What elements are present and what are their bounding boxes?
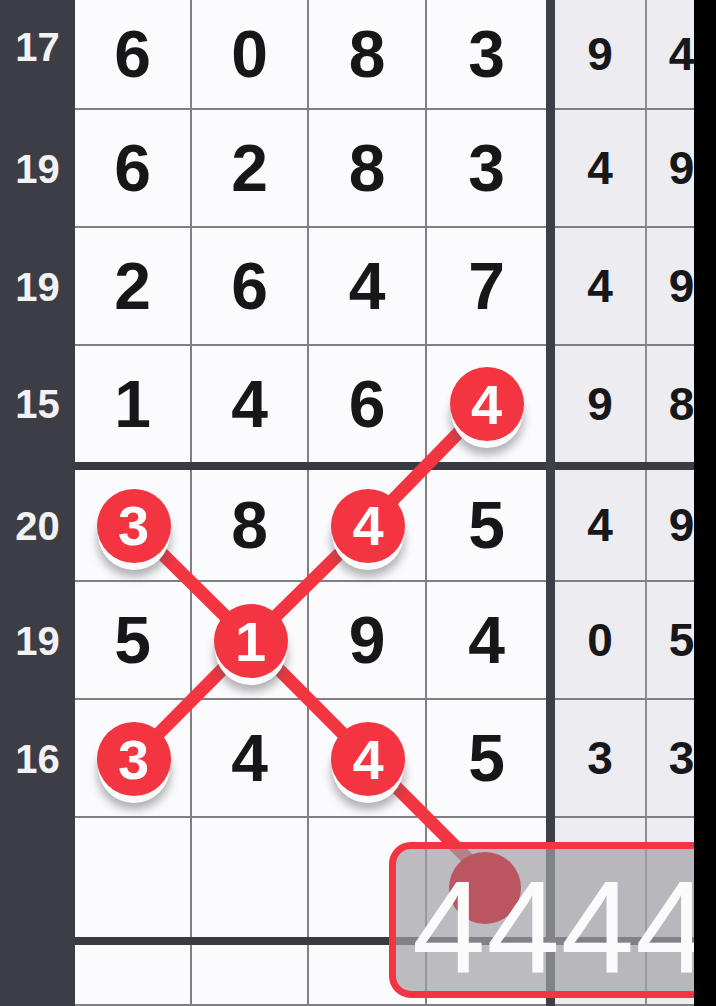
circled-number-r4c4[interactable]: 4 — [450, 367, 524, 441]
group-divider-horizontal-top — [75, 462, 716, 470]
row-label-4: 15 — [0, 382, 75, 427]
cell-r3c1: 2 — [75, 228, 192, 346]
cell-r1c1: 6 — [75, 0, 192, 110]
cell-r4c2: 4 — [192, 346, 309, 462]
row-label-6: 19 — [0, 619, 75, 664]
cell-r1c2: 0 — [192, 0, 309, 110]
cell-r4c3: 6 — [309, 346, 427, 462]
circled-number-r5c1[interactable]: 3 — [97, 489, 171, 563]
cell-r2c4: 3 — [427, 110, 546, 228]
prediction-overlay: 4444 — [389, 842, 716, 998]
cell-r5c5: 4 — [555, 469, 647, 582]
cell-r2c5: 4 — [555, 110, 647, 228]
cell-r4c5: 9 — [555, 346, 647, 462]
cell-r8c2 — [192, 818, 309, 937]
cell-r6c5: 0 — [555, 582, 647, 700]
row-label-5: 20 — [0, 503, 75, 548]
row-label-2: 19 — [0, 147, 75, 192]
circled-number-r7c3[interactable]: 4 — [331, 722, 405, 796]
cell-r3c2: 6 — [192, 228, 309, 346]
cell-r9c2 — [192, 945, 309, 1006]
cell-r7c4: 5 — [427, 700, 546, 818]
cell-r4c1: 1 — [75, 346, 192, 462]
cell-r6c3: 9 — [309, 582, 427, 700]
cell-r1c4: 3 — [427, 0, 546, 110]
cell-r9c1 — [75, 945, 192, 1006]
row-label-3: 19 — [0, 265, 75, 310]
screen-edge-black-strip — [694, 0, 716, 1006]
cell-r8c1 — [75, 818, 192, 937]
cell-r3c4: 7 — [427, 228, 546, 346]
row-label-7: 16 — [0, 737, 75, 782]
cell-r5c2: 8 — [192, 469, 309, 582]
cell-r7c5: 3 — [555, 700, 647, 818]
cell-r2c2: 2 — [192, 110, 309, 228]
cell-r3c5: 4 — [555, 228, 647, 346]
cell-r6c1: 5 — [75, 582, 192, 700]
cell-r2c1: 6 — [75, 110, 192, 228]
cell-r1c5: 9 — [555, 0, 647, 110]
cell-r3c3: 4 — [309, 228, 427, 346]
cell-r7c2: 4 — [192, 700, 309, 818]
lottery-pattern-board: 17191915201916 6083946283492647491469885… — [0, 0, 716, 1006]
row-label-1: 17 — [0, 25, 75, 70]
circled-number-r7c1[interactable]: 3 — [97, 722, 171, 796]
cell-r1c3: 8 — [309, 0, 427, 110]
cell-r2c3: 8 — [309, 110, 427, 228]
circled-number-r6c2[interactable]: 1 — [214, 604, 288, 678]
cell-r6c4: 4 — [427, 582, 546, 700]
circled-number-r5c3[interactable]: 4 — [331, 489, 405, 563]
prediction-number: 4444 — [412, 849, 716, 991]
draw-sum-label-column: 17191915201916 — [0, 0, 75, 1006]
cell-r5c4: 5 — [427, 469, 546, 582]
